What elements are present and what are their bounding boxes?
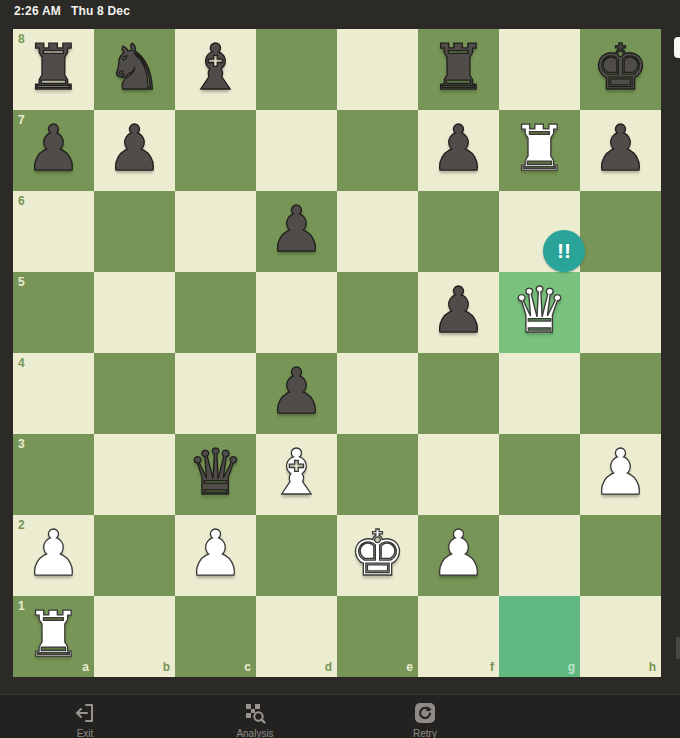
chess-board: 8♜♞♝♜♚7♟♟♟♜♟6♟5♟♛4♟3♛♝♟2♟♟♚♟1a♜bcdefgh xyxy=(13,29,661,677)
square-g3[interactable] xyxy=(499,434,580,515)
square-e5[interactable] xyxy=(337,272,418,353)
black-king-h8[interactable]: ♚ xyxy=(580,29,661,110)
square-b8[interactable]: ♞ xyxy=(94,29,175,110)
white-pawn-a2[interactable]: ♟ xyxy=(13,515,94,596)
analysis-label: Analysis xyxy=(236,728,273,738)
square-h4[interactable] xyxy=(580,353,661,434)
file-label-e: e xyxy=(406,661,413,673)
square-c8[interactable]: ♝ xyxy=(175,29,256,110)
square-c1[interactable]: c xyxy=(175,596,256,677)
rank-label-6: 6 xyxy=(18,195,25,207)
file-label-g: g xyxy=(568,661,575,673)
bottom-toolbar: Exit Analysis Retry xyxy=(0,694,680,738)
square-e3[interactable] xyxy=(337,434,418,515)
square-g1[interactable]: g xyxy=(499,596,580,677)
status-time-date: 2:26 AMThu 8 Dec xyxy=(14,4,130,18)
square-b6[interactable] xyxy=(94,191,175,272)
square-b2[interactable] xyxy=(94,515,175,596)
brilliant-move-badge: !! xyxy=(543,230,585,272)
square-a7[interactable]: 7♟ xyxy=(13,110,94,191)
clock-text: 2:26 AM xyxy=(14,4,61,18)
square-g2[interactable] xyxy=(499,515,580,596)
square-a1[interactable]: 1a♜ xyxy=(13,596,94,677)
square-d7[interactable] xyxy=(256,110,337,191)
square-a4[interactable]: 4 xyxy=(13,353,94,434)
square-c5[interactable] xyxy=(175,272,256,353)
square-d6[interactable]: ♟ xyxy=(256,191,337,272)
square-f6[interactable] xyxy=(418,191,499,272)
square-d4[interactable]: ♟ xyxy=(256,353,337,434)
white-bishop-d3[interactable]: ♝ xyxy=(256,434,337,515)
square-g7[interactable]: ♜ xyxy=(499,110,580,191)
white-pawn-c2[interactable]: ♟ xyxy=(175,515,256,596)
square-h1[interactable]: h xyxy=(580,596,661,677)
white-rook-g7[interactable]: ♜ xyxy=(499,110,580,191)
black-pawn-d6[interactable]: ♟ xyxy=(256,191,337,272)
black-pawn-d4[interactable]: ♟ xyxy=(256,353,337,434)
square-d1[interactable]: d xyxy=(256,596,337,677)
white-queen-g5[interactable]: ♛ xyxy=(499,272,580,353)
file-label-d: d xyxy=(325,661,332,673)
settings-button-partial[interactable]: S xyxy=(510,695,680,738)
square-c3[interactable]: ♛ xyxy=(175,434,256,515)
square-c6[interactable] xyxy=(175,191,256,272)
exit-icon xyxy=(73,701,97,725)
rank-label-3: 3 xyxy=(18,438,25,450)
black-rook-f8[interactable]: ♜ xyxy=(418,29,499,110)
date-text: Thu 8 Dec xyxy=(71,4,130,18)
white-pawn-h3[interactable]: ♟ xyxy=(580,434,661,515)
square-e6[interactable] xyxy=(337,191,418,272)
square-a2[interactable]: 2♟ xyxy=(13,515,94,596)
black-pawn-f5[interactable]: ♟ xyxy=(418,272,499,353)
file-label-c: c xyxy=(244,661,251,673)
offscreen-panel-edge xyxy=(674,37,680,58)
square-c4[interactable] xyxy=(175,353,256,434)
square-e8[interactable] xyxy=(337,29,418,110)
square-h2[interactable] xyxy=(580,515,661,596)
black-pawn-b7[interactable]: ♟ xyxy=(94,110,175,191)
retry-label: Retry xyxy=(413,728,437,738)
black-pawn-f7[interactable]: ♟ xyxy=(418,110,499,191)
square-b3[interactable] xyxy=(94,434,175,515)
square-e2[interactable]: ♚ xyxy=(337,515,418,596)
square-g8[interactable] xyxy=(499,29,580,110)
square-a8[interactable]: 8♜ xyxy=(13,29,94,110)
square-e7[interactable] xyxy=(337,110,418,191)
square-h6[interactable] xyxy=(580,191,661,272)
exit-button[interactable]: Exit xyxy=(0,695,170,738)
square-f4[interactable] xyxy=(418,353,499,434)
file-label-h: h xyxy=(649,661,656,673)
black-queen-c3[interactable]: ♛ xyxy=(175,434,256,515)
square-g5[interactable]: ♛ xyxy=(499,272,580,353)
square-f8[interactable]: ♜ xyxy=(418,29,499,110)
square-f3[interactable] xyxy=(418,434,499,515)
square-f2[interactable]: ♟ xyxy=(418,515,499,596)
analysis-icon xyxy=(243,701,267,725)
square-h5[interactable] xyxy=(580,272,661,353)
black-pawn-a7[interactable]: ♟ xyxy=(13,110,94,191)
status-bar: 2:26 AMThu 8 Dec xyxy=(0,0,680,29)
square-d5[interactable] xyxy=(256,272,337,353)
square-a3[interactable]: 3 xyxy=(13,434,94,515)
white-rook-a1[interactable]: ♜ xyxy=(13,596,94,677)
square-d2[interactable] xyxy=(256,515,337,596)
offscreen-scroll-edge xyxy=(676,637,680,659)
brilliant-badge-text: !! xyxy=(557,239,571,263)
square-d3[interactable]: ♝ xyxy=(256,434,337,515)
file-label-f: f xyxy=(490,661,494,673)
white-pawn-f2[interactable]: ♟ xyxy=(418,515,499,596)
square-h7[interactable]: ♟ xyxy=(580,110,661,191)
rank-label-5: 5 xyxy=(18,276,25,288)
square-e1[interactable]: e xyxy=(337,596,418,677)
square-a6[interactable]: 6 xyxy=(13,191,94,272)
square-c2[interactable]: ♟ xyxy=(175,515,256,596)
square-h8[interactable]: ♚ xyxy=(580,29,661,110)
square-a5[interactable]: 5 xyxy=(13,272,94,353)
retry-icon xyxy=(413,701,437,725)
square-g4[interactable] xyxy=(499,353,580,434)
square-f7[interactable]: ♟ xyxy=(418,110,499,191)
square-b4[interactable] xyxy=(94,353,175,434)
square-e4[interactable] xyxy=(337,353,418,434)
black-rook-a8[interactable]: ♜ xyxy=(13,29,94,110)
square-f5[interactable]: ♟ xyxy=(418,272,499,353)
square-f1[interactable]: f xyxy=(418,596,499,677)
square-b1[interactable]: b xyxy=(94,596,175,677)
square-h3[interactable]: ♟ xyxy=(580,434,661,515)
rank-label-4: 4 xyxy=(18,357,25,369)
square-d8[interactable] xyxy=(256,29,337,110)
app-screen: 2:26 AMThu 8 Dec 8♜♞♝♜♚7♟♟♟♜♟6♟5♟♛4♟3♛♝♟… xyxy=(0,0,680,738)
square-b5[interactable] xyxy=(94,272,175,353)
black-pawn-h7[interactable]: ♟ xyxy=(580,110,661,191)
black-knight-b8[interactable]: ♞ xyxy=(94,29,175,110)
square-c7[interactable] xyxy=(175,110,256,191)
retry-button[interactable]: Retry xyxy=(340,695,510,738)
file-label-b: b xyxy=(163,661,170,673)
white-king-e2[interactable]: ♚ xyxy=(337,515,418,596)
black-bishop-c8[interactable]: ♝ xyxy=(175,29,256,110)
square-b7[interactable]: ♟ xyxy=(94,110,175,191)
exit-label: Exit xyxy=(77,728,94,738)
analysis-button[interactable]: Analysis xyxy=(170,695,340,738)
